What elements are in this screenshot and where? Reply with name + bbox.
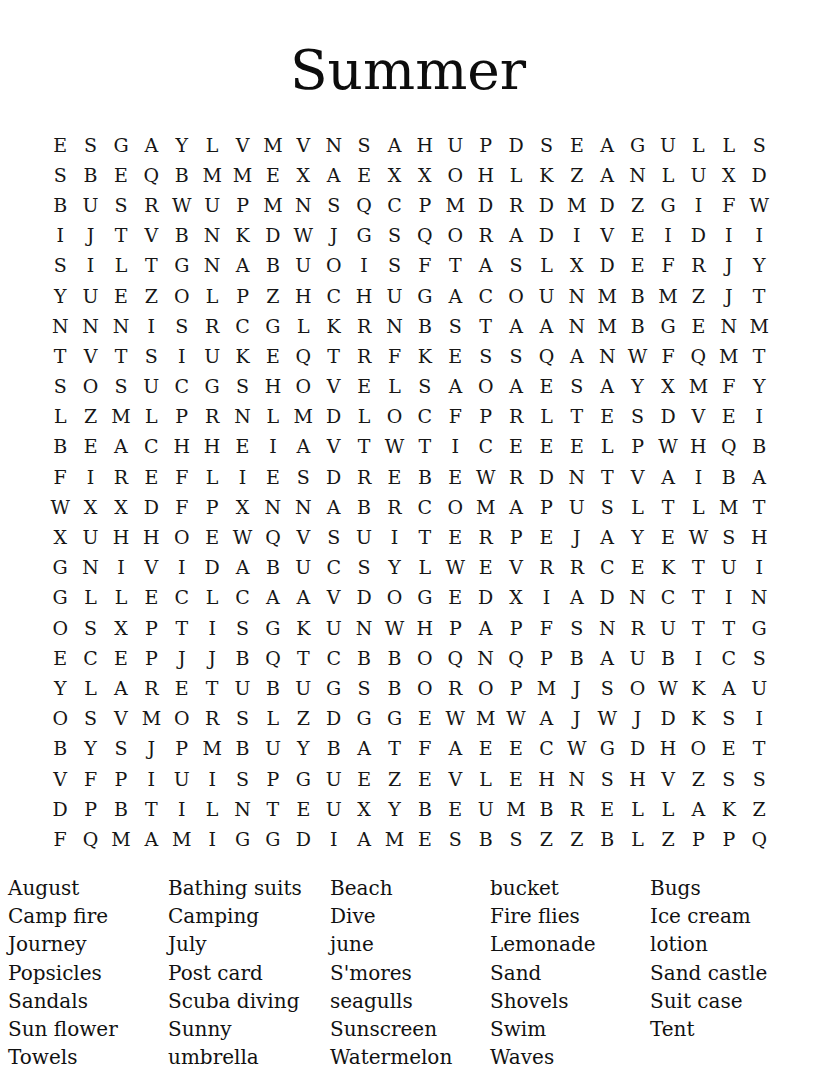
grid-cell-r20c20: J	[622, 704, 652, 734]
grid-cell-r14c16: P	[501, 522, 531, 552]
grid-cell-r4c5: B	[167, 221, 197, 251]
grid-cell-r19c18: J	[562, 673, 592, 703]
grid-cell-r12c1: F	[45, 462, 75, 492]
grid-cell-r13c1: W	[45, 492, 75, 522]
grid-cell-r10c20: S	[622, 402, 652, 432]
grid-cell-r2c9: X	[288, 160, 318, 190]
grid-cell-r16c24: N	[744, 583, 774, 613]
grid-cell-r17c22: T	[683, 613, 713, 643]
grid-cell-r1c4: A	[136, 130, 166, 160]
grid-cell-r15c6: D	[197, 553, 227, 583]
grid-cell-r8c9: Q	[288, 341, 318, 371]
grid-cell-r20c6: R	[197, 704, 227, 734]
grid-cell-r18c20: U	[622, 643, 652, 673]
grid-cell-r2c11: E	[349, 160, 379, 190]
grid-cell-r11c7: E	[227, 432, 257, 462]
grid-cell-r23c11: X	[349, 794, 379, 824]
grid-cell-r10c18: T	[562, 402, 592, 432]
grid-cell-r13c4: D	[136, 492, 166, 522]
word-list-item: seagulls	[330, 987, 490, 1015]
grid-cell-r22c3: P	[106, 764, 136, 794]
grid-cell-r17c21: U	[653, 613, 683, 643]
grid-cell-r11c21: W	[653, 432, 683, 462]
grid-cell-r20c1: O	[45, 704, 75, 734]
grid-cell-r21c4: J	[136, 734, 166, 764]
grid-cell-r3c22: I	[683, 190, 713, 220]
grid-cell-r13c14: O	[440, 492, 470, 522]
grid-cell-r19c5: E	[167, 673, 197, 703]
grid-cell-r17c11: N	[349, 613, 379, 643]
grid-cell-r12c19: T	[592, 462, 622, 492]
grid-cell-r10c2: Z	[75, 402, 105, 432]
word-list-item: lotion	[650, 930, 767, 958]
word-list-column: Bathing suitsCampingJulyPost cardScuba d…	[168, 874, 330, 1071]
grid-cell-r23c5: I	[167, 794, 197, 824]
grid-cell-r6c7: P	[227, 281, 257, 311]
word-list-item: Sand	[490, 959, 650, 987]
grid-cell-r6c16: O	[501, 281, 531, 311]
grid-cell-r11c9: A	[288, 432, 318, 462]
grid-cell-r12c20: V	[622, 462, 652, 492]
grid-cell-r2c18: Z	[562, 160, 592, 190]
word-list-item: umbrella	[168, 1043, 330, 1071]
grid-cell-r8c3: T	[106, 341, 136, 371]
grid-cell-r4c19: V	[592, 221, 622, 251]
grid-cell-r10c12: O	[379, 402, 409, 432]
grid-cell-r12c10: D	[319, 462, 349, 492]
grid-cell-r14c13: T	[410, 522, 440, 552]
grid-cell-r10c13: C	[410, 402, 440, 432]
grid-cell-r8c24: T	[744, 341, 774, 371]
word-list-item: Popsicles	[8, 959, 168, 987]
puzzle-title: Summer	[0, 40, 816, 101]
grid-cell-r7c8: G	[258, 311, 288, 341]
grid-cell-r21c16: E	[501, 734, 531, 764]
grid-cell-r14c6: E	[197, 522, 227, 552]
grid-cell-r11c3: A	[106, 432, 136, 462]
grid-cell-r23c10: U	[319, 794, 349, 824]
word-list-item: Sunscreen	[330, 1015, 490, 1043]
grid-cell-r18c4: P	[136, 643, 166, 673]
grid-cell-r7c1: N	[45, 311, 75, 341]
grid-cell-r1c15: P	[470, 130, 500, 160]
grid-cell-r11c5: H	[167, 432, 197, 462]
grid-cell-r4c1: I	[45, 221, 75, 251]
grid-cell-r20c17: A	[531, 704, 561, 734]
word-list-item: Sandals	[8, 987, 168, 1015]
grid-cell-r5c5: G	[167, 251, 197, 281]
grid-cell-r3c9: N	[288, 190, 318, 220]
grid-cell-r2c24: D	[744, 160, 774, 190]
grid-cell-r16c13: G	[410, 583, 440, 613]
grid-cell-r7c12: N	[379, 311, 409, 341]
grid-cell-r15c20: E	[622, 553, 652, 583]
grid-cell-r23c15: U	[470, 794, 500, 824]
grid-cell-r21c11: A	[349, 734, 379, 764]
grid-cell-r9c17: E	[531, 372, 561, 402]
grid-cell-r5c23: J	[714, 251, 744, 281]
grid-cell-r18c23: C	[714, 643, 744, 673]
grid-cell-r24c9: D	[288, 824, 318, 854]
grid-cell-r12c18: N	[562, 462, 592, 492]
grid-cell-r6c3: E	[106, 281, 136, 311]
grid-cell-r16c7: C	[227, 583, 257, 613]
grid-cell-r16c5: C	[167, 583, 197, 613]
grid-cell-r2c15: H	[470, 160, 500, 190]
grid-cell-r17c23: T	[714, 613, 744, 643]
grid-cell-r15c24: I	[744, 553, 774, 583]
grid-cell-r18c11: B	[349, 643, 379, 673]
word-search-worksheet: Summer ESGAYLVMVNSAHUPDSEAGULLSSBEQBMMEX…	[0, 0, 816, 1083]
grid-cell-r18c13: O	[410, 643, 440, 673]
grid-cell-r5c14: T	[440, 251, 470, 281]
grid-cell-r16c11: D	[349, 583, 379, 613]
grid-cell-r21c6: M	[197, 734, 227, 764]
grid-cell-r12c12: E	[379, 462, 409, 492]
grid-cell-r2c3: E	[106, 160, 136, 190]
grid-cell-r11c13: T	[410, 432, 440, 462]
grid-cell-r18c18: B	[562, 643, 592, 673]
grid-cell-r12c17: D	[531, 462, 561, 492]
grid-cell-r17c9: K	[288, 613, 318, 643]
grid-cell-r7c14: S	[440, 311, 470, 341]
grid-cell-r14c9: V	[288, 522, 318, 552]
grid-cell-r14c1: X	[45, 522, 75, 552]
grid-cell-r5c2: I	[75, 251, 105, 281]
grid-cell-r10c23: E	[714, 402, 744, 432]
grid-cell-r19c22: K	[683, 673, 713, 703]
grid-cell-r18c1: E	[45, 643, 75, 673]
grid-cell-r22c10: U	[319, 764, 349, 794]
grid-cell-r24c8: G	[258, 824, 288, 854]
grid-cell-r7c3: N	[106, 311, 136, 341]
grid-cell-r13c13: C	[410, 492, 440, 522]
grid-cell-r15c5: I	[167, 553, 197, 583]
grid-cell-r1c23: L	[714, 130, 744, 160]
grid-cell-r10c14: F	[440, 402, 470, 432]
grid-cell-r12c14: E	[440, 462, 470, 492]
grid-cell-r20c10: D	[319, 704, 349, 734]
grid-cell-r9c22: M	[683, 372, 713, 402]
grid-cell-r17c6: I	[197, 613, 227, 643]
grid-cell-r5c1: S	[45, 251, 75, 281]
grid-cell-r3c21: G	[653, 190, 683, 220]
grid-cell-r14c19: A	[592, 522, 622, 552]
grid-cell-r8c20: W	[622, 341, 652, 371]
word-list-item: August	[8, 874, 168, 902]
grid-cell-r19c4: R	[136, 673, 166, 703]
grid-cell-r16c12: O	[379, 583, 409, 613]
grid-cell-r16c23: I	[714, 583, 744, 613]
grid-cell-r8c8: E	[258, 341, 288, 371]
grid-cell-r3c7: P	[227, 190, 257, 220]
grid-cell-r21c17: C	[531, 734, 561, 764]
grid-cell-r19c8: B	[258, 673, 288, 703]
grid-cell-r6c19: M	[592, 281, 622, 311]
grid-cell-r9c4: U	[136, 372, 166, 402]
grid-cell-r5c10: O	[319, 251, 349, 281]
word-list-item: Watermelon	[330, 1043, 490, 1071]
word-list-item: Bathing suits	[168, 874, 330, 902]
word-list-item: Lemonade	[490, 930, 650, 958]
word-list-item: Beach	[330, 874, 490, 902]
grid-cell-r5c13: F	[410, 251, 440, 281]
grid-cell-r9c11: E	[349, 372, 379, 402]
word-list-item: Sand castle	[650, 959, 767, 987]
grid-cell-r1c12: A	[379, 130, 409, 160]
grid-cell-r4c7: K	[227, 221, 257, 251]
grid-cell-r6c22: Z	[683, 281, 713, 311]
grid-cell-r9c6: G	[197, 372, 227, 402]
grid-cell-r8c11: R	[349, 341, 379, 371]
grid-cell-r7c22: E	[683, 311, 713, 341]
grid-cell-r13c17: P	[531, 492, 561, 522]
grid-cell-r16c4: E	[136, 583, 166, 613]
grid-cell-r15c1: G	[45, 553, 75, 583]
grid-cell-r9c8: H	[258, 372, 288, 402]
grid-cell-r6c17: U	[531, 281, 561, 311]
grid-cell-r6c4: Z	[136, 281, 166, 311]
grid-cell-r4c9: W	[288, 221, 318, 251]
grid-cell-r3c19: D	[592, 190, 622, 220]
grid-cell-r17c4: P	[136, 613, 166, 643]
grid-cell-r1c17: S	[531, 130, 561, 160]
grid-cell-r17c10: U	[319, 613, 349, 643]
word-list-item: Camping	[168, 902, 330, 930]
word-list-item: Journey	[8, 930, 168, 958]
grid-cell-r5c3: L	[106, 251, 136, 281]
grid-cell-r8c15: S	[470, 341, 500, 371]
grid-cell-r14c4: H	[136, 522, 166, 552]
grid-cell-r16c19: D	[592, 583, 622, 613]
grid-cell-r19c16: P	[501, 673, 531, 703]
grid-cell-r6c15: C	[470, 281, 500, 311]
grid-cell-r19c19: S	[592, 673, 622, 703]
grid-cell-r12c9: S	[288, 462, 318, 492]
grid-cell-r21c8: U	[258, 734, 288, 764]
grid-cell-r13c3: X	[106, 492, 136, 522]
grid-cell-r5c12: S	[379, 251, 409, 281]
grid-cell-r15c22: T	[683, 553, 713, 583]
grid-cell-r4c8: D	[258, 221, 288, 251]
grid-cell-r13c19: S	[592, 492, 622, 522]
grid-cell-r10c19: E	[592, 402, 622, 432]
grid-cell-r24c11: A	[349, 824, 379, 854]
grid-cell-r18c22: I	[683, 643, 713, 673]
word-list-item: Suit case	[650, 987, 767, 1015]
grid-cell-r1c22: L	[683, 130, 713, 160]
grid-cell-r21c14: A	[440, 734, 470, 764]
grid-cell-r9c16: A	[501, 372, 531, 402]
grid-cell-r14c18: J	[562, 522, 592, 552]
grid-cell-r16c21: C	[653, 583, 683, 613]
grid-cell-r2c13: X	[410, 160, 440, 190]
grid-cell-r22c20: H	[622, 764, 652, 794]
grid-cell-r24c17: Z	[531, 824, 561, 854]
grid-cell-r24c24: Q	[744, 824, 774, 854]
grid-cell-r11c24: B	[744, 432, 774, 462]
grid-cell-r13c22: L	[683, 492, 713, 522]
grid-cell-r23c18: R	[562, 794, 592, 824]
grid-cell-r2c7: M	[227, 160, 257, 190]
grid-cell-r20c2: S	[75, 704, 105, 734]
grid-cell-r16c6: L	[197, 583, 227, 613]
grid-cell-r7c18: N	[562, 311, 592, 341]
grid-cell-r12c16: R	[501, 462, 531, 492]
grid-cell-r24c4: A	[136, 824, 166, 854]
grid-cell-r23c16: M	[501, 794, 531, 824]
grid-cell-r20c19: W	[592, 704, 622, 734]
grid-cell-r4c2: J	[75, 221, 105, 251]
grid-cell-r7c21: G	[653, 311, 683, 341]
grid-cell-r23c12: Y	[379, 794, 409, 824]
grid-cell-r19c6: T	[197, 673, 227, 703]
grid-cell-r22c2: F	[75, 764, 105, 794]
grid-cell-r22c16: E	[501, 764, 531, 794]
grid-cell-r7c20: B	[622, 311, 652, 341]
grid-cell-r5c19: D	[592, 251, 622, 281]
grid-cell-r7c5: S	[167, 311, 197, 341]
grid-cell-r22c12: Z	[379, 764, 409, 794]
grid-cell-r14c22: W	[683, 522, 713, 552]
grid-cell-r9c7: S	[227, 372, 257, 402]
grid-cell-r20c12: G	[379, 704, 409, 734]
grid-cell-r15c4: V	[136, 553, 166, 583]
grid-cell-r4c10: J	[319, 221, 349, 251]
grid-cell-r8c16: S	[501, 341, 531, 371]
grid-cell-r18c24: S	[744, 643, 774, 673]
grid-cell-r13c18: U	[562, 492, 592, 522]
word-list-item: june	[330, 930, 490, 958]
grid-cell-r14c24: H	[744, 522, 774, 552]
grid-cell-r10c22: V	[683, 402, 713, 432]
grid-cell-r3c13: P	[410, 190, 440, 220]
grid-cell-r12c2: I	[75, 462, 105, 492]
grid-cell-r11c1: B	[45, 432, 75, 462]
grid-cell-r9c24: Y	[744, 372, 774, 402]
grid-cell-r18c6: J	[197, 643, 227, 673]
grid-cell-r8c4: S	[136, 341, 166, 371]
grid-cell-r8c6: U	[197, 341, 227, 371]
word-list-column: bucketFire fliesLemonadeSandShovelsSwimW…	[490, 874, 650, 1071]
word-list-item: Camp fire	[8, 902, 168, 930]
grid-cell-r3c17: D	[531, 190, 561, 220]
grid-cell-r1c7: V	[227, 130, 257, 160]
grid-cell-r13c7: X	[227, 492, 257, 522]
grid-cell-r4c11: G	[349, 221, 379, 251]
grid-cell-r6c10: C	[319, 281, 349, 311]
grid-cell-r4c15: R	[470, 221, 500, 251]
grid-cell-r11c20: P	[622, 432, 652, 462]
grid-cell-r13c6: P	[197, 492, 227, 522]
grid-cell-r4c16: A	[501, 221, 531, 251]
grid-cell-r7c19: M	[592, 311, 622, 341]
grid-cell-r16c15: D	[470, 583, 500, 613]
grid-cell-r15c15: E	[470, 553, 500, 583]
grid-cell-r14c20: Y	[622, 522, 652, 552]
grid-cell-r21c1: B	[45, 734, 75, 764]
grid-cell-r8c13: K	[410, 341, 440, 371]
grid-cell-r13c2: X	[75, 492, 105, 522]
grid-cell-r17c17: F	[531, 613, 561, 643]
grid-cell-r16c18: A	[562, 583, 592, 613]
grid-cell-r3c14: M	[440, 190, 470, 220]
grid-cell-r15c12: Y	[379, 553, 409, 583]
grid-cell-r15c9: U	[288, 553, 318, 583]
grid-cell-r9c23: F	[714, 372, 744, 402]
grid-cell-r21c18: W	[562, 734, 592, 764]
word-list-item: Fire flies	[490, 902, 650, 930]
grid-cell-r6c8: Z	[258, 281, 288, 311]
grid-cell-r14c8: Q	[258, 522, 288, 552]
grid-cell-r8c17: Q	[531, 341, 561, 371]
grid-cell-r15c16: V	[501, 553, 531, 583]
grid-cell-r17c2: S	[75, 613, 105, 643]
grid-cell-r16c17: I	[531, 583, 561, 613]
grid-cell-r20c15: M	[470, 704, 500, 734]
grid-cell-r19c24: U	[744, 673, 774, 703]
grid-cell-r21c3: S	[106, 734, 136, 764]
grid-cell-r8c2: V	[75, 341, 105, 371]
grid-cell-r23c20: L	[622, 794, 652, 824]
grid-cell-r17c13: H	[410, 613, 440, 643]
grid-cell-r19c12: B	[379, 673, 409, 703]
grid-cell-r16c9: A	[288, 583, 318, 613]
grid-cell-r1c16: D	[501, 130, 531, 160]
word-list-item: Tent	[650, 1015, 767, 1043]
grid-cell-r18c19: A	[592, 643, 622, 673]
grid-cell-r9c18: S	[562, 372, 592, 402]
grid-cell-r19c11: S	[349, 673, 379, 703]
grid-cell-r14c12: I	[379, 522, 409, 552]
grid-cell-r13c12: R	[379, 492, 409, 522]
grid-cell-r5c16: S	[501, 251, 531, 281]
grid-cell-r16c3: L	[106, 583, 136, 613]
grid-cell-r18c10: C	[319, 643, 349, 673]
grid-cell-r10c7: N	[227, 402, 257, 432]
grid-cell-r12c15: W	[470, 462, 500, 492]
grid-cell-r24c22: P	[683, 824, 713, 854]
grid-cell-r20c9: Z	[288, 704, 318, 734]
grid-cell-r23c24: Z	[744, 794, 774, 824]
grid-cell-r12c11: R	[349, 462, 379, 492]
grid-cell-r3c2: U	[75, 190, 105, 220]
grid-cell-r2c5: B	[167, 160, 197, 190]
grid-cell-r20c13: E	[410, 704, 440, 734]
grid-cell-r17c12: W	[379, 613, 409, 643]
grid-cell-r21c2: Y	[75, 734, 105, 764]
grid-cell-r13c21: T	[653, 492, 683, 522]
grid-cell-r14c2: U	[75, 522, 105, 552]
grid-cell-r4c3: T	[106, 221, 136, 251]
grid-cell-r5c17: L	[531, 251, 561, 281]
grid-cell-r17c8: G	[258, 613, 288, 643]
grid-cell-r6c5: O	[167, 281, 197, 311]
grid-cell-r9c14: A	[440, 372, 470, 402]
grid-cell-r18c21: B	[653, 643, 683, 673]
grid-cell-r9c1: S	[45, 372, 75, 402]
grid-cell-r8c5: I	[167, 341, 197, 371]
grid-cell-r18c15: N	[470, 643, 500, 673]
grid-cell-r10c17: L	[531, 402, 561, 432]
grid-cell-r9c5: C	[167, 372, 197, 402]
grid-cell-r21c9: Y	[288, 734, 318, 764]
grid-cell-r10c21: D	[653, 402, 683, 432]
grid-cell-r19c23: A	[714, 673, 744, 703]
grid-cell-r16c1: G	[45, 583, 75, 613]
grid-cell-r13c10: A	[319, 492, 349, 522]
grid-cell-r2c12: X	[379, 160, 409, 190]
